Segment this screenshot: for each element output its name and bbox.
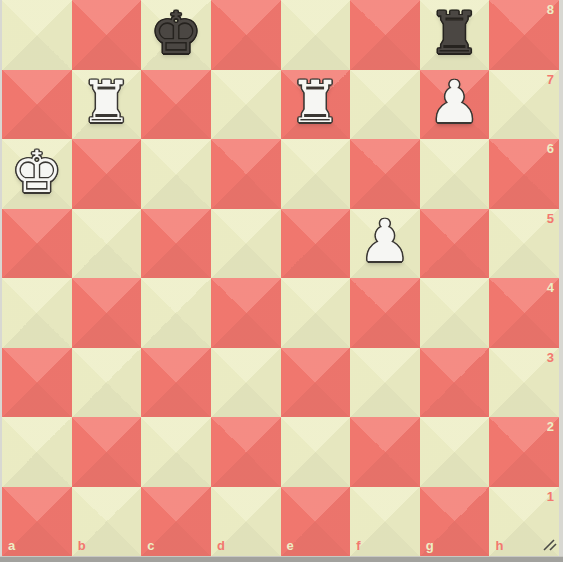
- frame-edge-right: [559, 0, 563, 556]
- square-c5[interactable]: [141, 209, 211, 279]
- square-f5[interactable]: ♟: [350, 209, 420, 279]
- square-f3[interactable]: [350, 348, 420, 418]
- square-a6[interactable]: ♚: [2, 139, 72, 209]
- square-a1[interactable]: a: [2, 487, 72, 557]
- square-e8[interactable]: [281, 0, 351, 70]
- square-b3[interactable]: [72, 348, 142, 418]
- piece-white-rook-e7[interactable]: ♜: [281, 70, 351, 140]
- square-c3[interactable]: [141, 348, 211, 418]
- square-f6[interactable]: [350, 139, 420, 209]
- square-b5[interactable]: [72, 209, 142, 279]
- square-g6[interactable]: [420, 139, 490, 209]
- square-d7[interactable]: [211, 70, 281, 140]
- square-a2[interactable]: [2, 417, 72, 487]
- square-c2[interactable]: [141, 417, 211, 487]
- square-g5[interactable]: [420, 209, 490, 279]
- file-label-e: e: [287, 538, 294, 553]
- square-a8[interactable]: [2, 0, 72, 70]
- piece-white-pawn-f5[interactable]: ♟: [350, 209, 420, 279]
- file-label-b: b: [78, 538, 86, 553]
- square-a5[interactable]: [2, 209, 72, 279]
- square-h4[interactable]: 4: [489, 278, 559, 348]
- file-label-a: a: [8, 538, 15, 553]
- rank-label-1: 1: [547, 489, 554, 504]
- piece-white-pawn-g7[interactable]: ♟: [420, 70, 490, 140]
- square-e6[interactable]: [281, 139, 351, 209]
- file-label-h: h: [495, 538, 503, 553]
- square-c8[interactable]: ♚: [141, 0, 211, 70]
- square-c6[interactable]: [141, 139, 211, 209]
- board-frame: ♚♜8♜♜♟7♚6♟5432abcdefg1h: [0, 0, 563, 562]
- square-d2[interactable]: [211, 417, 281, 487]
- frame-edge-bottom: [0, 556, 563, 562]
- rank-label-8: 8: [547, 2, 554, 17]
- rank-label-5: 5: [547, 211, 554, 226]
- square-h3[interactable]: 3: [489, 348, 559, 418]
- square-f8[interactable]: [350, 0, 420, 70]
- square-h7[interactable]: 7: [489, 70, 559, 140]
- square-g1[interactable]: g: [420, 487, 490, 557]
- rank-label-7: 7: [547, 72, 554, 87]
- rank-label-6: 6: [547, 141, 554, 156]
- square-g8[interactable]: ♜: [420, 0, 490, 70]
- file-label-c: c: [147, 538, 154, 553]
- square-f2[interactable]: [350, 417, 420, 487]
- square-d5[interactable]: [211, 209, 281, 279]
- square-b1[interactable]: b: [72, 487, 142, 557]
- square-f1[interactable]: f: [350, 487, 420, 557]
- square-b2[interactable]: [72, 417, 142, 487]
- board-resize-handle-icon[interactable]: [542, 538, 558, 552]
- square-h8[interactable]: 8: [489, 0, 559, 70]
- square-e2[interactable]: [281, 417, 351, 487]
- square-d4[interactable]: [211, 278, 281, 348]
- square-a7[interactable]: [2, 70, 72, 140]
- square-f4[interactable]: [350, 278, 420, 348]
- square-c4[interactable]: [141, 278, 211, 348]
- square-c7[interactable]: [141, 70, 211, 140]
- piece-white-king-a6[interactable]: ♚: [2, 139, 72, 209]
- square-b4[interactable]: [72, 278, 142, 348]
- square-f7[interactable]: [350, 70, 420, 140]
- square-g4[interactable]: [420, 278, 490, 348]
- square-e1[interactable]: e: [281, 487, 351, 557]
- square-d8[interactable]: [211, 0, 281, 70]
- rank-label-3: 3: [547, 350, 554, 365]
- square-d6[interactable]: [211, 139, 281, 209]
- square-a3[interactable]: [2, 348, 72, 418]
- piece-black-king-c8[interactable]: ♚: [141, 0, 211, 70]
- piece-black-rook-g8[interactable]: ♜: [420, 0, 490, 70]
- square-b7[interactable]: ♜: [72, 70, 142, 140]
- square-e4[interactable]: [281, 278, 351, 348]
- square-b6[interactable]: [72, 139, 142, 209]
- square-g7[interactable]: ♟: [420, 70, 490, 140]
- square-e5[interactable]: [281, 209, 351, 279]
- square-h5[interactable]: 5: [489, 209, 559, 279]
- file-label-g: g: [426, 538, 434, 553]
- chess-board: ♚♜8♜♜♟7♚6♟5432abcdefg1h: [2, 0, 559, 556]
- square-e7[interactable]: ♜: [281, 70, 351, 140]
- file-label-d: d: [217, 538, 225, 553]
- rank-label-4: 4: [547, 280, 554, 295]
- piece-white-rook-b7[interactable]: ♜: [72, 70, 142, 140]
- square-c1[interactable]: c: [141, 487, 211, 557]
- square-h6[interactable]: 6: [489, 139, 559, 209]
- square-d1[interactable]: d: [211, 487, 281, 557]
- square-g2[interactable]: [420, 417, 490, 487]
- square-d3[interactable]: [211, 348, 281, 418]
- square-e3[interactable]: [281, 348, 351, 418]
- file-label-f: f: [356, 538, 360, 553]
- square-g3[interactable]: [420, 348, 490, 418]
- rank-label-2: 2: [547, 419, 554, 434]
- square-b8[interactable]: [72, 0, 142, 70]
- square-h2[interactable]: 2: [489, 417, 559, 487]
- square-a4[interactable]: [2, 278, 72, 348]
